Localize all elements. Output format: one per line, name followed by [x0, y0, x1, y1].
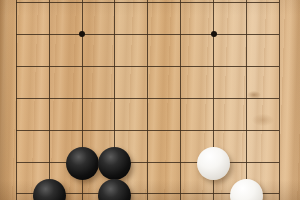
go-board[interactable]	[0, 0, 300, 200]
white-stone-H2[interactable]	[230, 179, 263, 200]
white-stone-G3[interactable]	[197, 147, 230, 180]
stones-layer	[0, 0, 300, 200]
black-stone-D2[interactable]	[98, 179, 131, 200]
black-stone-D3[interactable]	[98, 147, 131, 180]
black-stone-C3[interactable]	[66, 147, 99, 180]
black-stone-B2[interactable]	[33, 179, 66, 200]
